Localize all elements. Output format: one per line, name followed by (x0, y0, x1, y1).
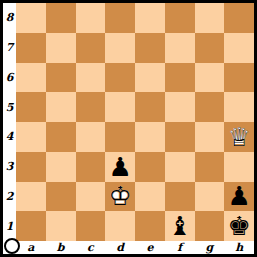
square-c6[interactable] (76, 63, 106, 93)
square-e3[interactable] (135, 152, 165, 182)
rank-label-1: 1 (3, 211, 16, 241)
square-b8[interactable] (46, 3, 76, 33)
square-a6[interactable] (16, 63, 46, 93)
square-d8[interactable] (105, 3, 135, 33)
file-label-c: c (76, 241, 106, 254)
square-f4[interactable] (165, 122, 195, 152)
square-a4[interactable] (16, 122, 46, 152)
square-e4[interactable] (135, 122, 165, 152)
square-b3[interactable] (46, 152, 76, 182)
white-king-outline: ♔ (105, 182, 135, 212)
square-h4[interactable]: ♛♕ (224, 122, 254, 152)
white-to-move-indicator (4, 238, 20, 254)
square-b7[interactable] (46, 33, 76, 63)
square-h5[interactable] (224, 92, 254, 122)
file-label-g: g (195, 241, 225, 254)
white-king[interactable]: ♚♔ (105, 182, 135, 212)
square-h7[interactable] (224, 33, 254, 63)
square-h1[interactable]: ♚ (224, 211, 254, 241)
square-e7[interactable] (135, 33, 165, 63)
square-c2[interactable] (76, 182, 106, 212)
square-a3[interactable] (16, 152, 46, 182)
black-bishop-glyph: ♝ (165, 211, 195, 241)
square-d7[interactable] (105, 33, 135, 63)
square-b4[interactable] (46, 122, 76, 152)
chess-board[interactable]: ♛♕♟♚♔♟♝♚ (16, 3, 254, 241)
black-pawn-glyph: ♟ (105, 152, 135, 182)
square-f7[interactable] (165, 33, 195, 63)
square-a2[interactable] (16, 182, 46, 212)
file-label-f: f (165, 241, 195, 254)
square-d6[interactable] (105, 63, 135, 93)
black-bishop[interactable]: ♝ (165, 211, 195, 241)
black-pawn[interactable]: ♟ (105, 152, 135, 182)
square-e6[interactable] (135, 63, 165, 93)
square-c1[interactable] (76, 211, 106, 241)
square-d3[interactable]: ♟ (105, 152, 135, 182)
diagram-margin: 87654321 ♛♕♟♚♔♟♝♚ abcdefgh (3, 3, 254, 254)
square-g8[interactable] (195, 3, 225, 33)
square-a5[interactable] (16, 92, 46, 122)
rank-label-5: 5 (3, 92, 16, 122)
square-g2[interactable] (195, 182, 225, 212)
file-label-a: a (16, 241, 46, 254)
square-c4[interactable] (76, 122, 106, 152)
file-label-d: d (105, 241, 135, 254)
rank-label-3: 3 (3, 152, 16, 182)
black-king[interactable]: ♚ (224, 211, 254, 241)
square-c3[interactable] (76, 152, 106, 182)
square-g6[interactable] (195, 63, 225, 93)
white-queen-outline: ♕ (224, 122, 254, 152)
square-b2[interactable] (46, 182, 76, 212)
rank-label-7: 7 (3, 33, 16, 63)
square-f1[interactable]: ♝ (165, 211, 195, 241)
rank-label-8: 8 (3, 3, 16, 33)
square-f6[interactable] (165, 63, 195, 93)
white-queen[interactable]: ♛♕ (224, 122, 254, 152)
square-g3[interactable] (195, 152, 225, 182)
rank-label-6: 6 (3, 63, 16, 93)
square-g7[interactable] (195, 33, 225, 63)
rank-labels: 87654321 (3, 3, 16, 241)
file-label-e: e (135, 241, 165, 254)
file-labels: abcdefgh (16, 241, 254, 254)
square-g5[interactable] (195, 92, 225, 122)
square-e8[interactable] (135, 3, 165, 33)
rank-label-4: 4 (3, 122, 16, 152)
square-b1[interactable] (46, 211, 76, 241)
square-h2[interactable]: ♟ (224, 182, 254, 212)
square-f2[interactable] (165, 182, 195, 212)
square-d2[interactable]: ♚♔ (105, 182, 135, 212)
square-d4[interactable] (105, 122, 135, 152)
square-a7[interactable] (16, 33, 46, 63)
square-h6[interactable] (224, 63, 254, 93)
square-f3[interactable] (165, 152, 195, 182)
square-b5[interactable] (46, 92, 76, 122)
square-g1[interactable] (195, 211, 225, 241)
square-e2[interactable] (135, 182, 165, 212)
black-king-glyph: ♚ (224, 211, 254, 241)
square-c5[interactable] (76, 92, 106, 122)
black-pawn[interactable]: ♟ (224, 182, 254, 212)
square-f8[interactable] (165, 3, 195, 33)
square-g4[interactable] (195, 122, 225, 152)
square-a8[interactable] (16, 3, 46, 33)
square-a1[interactable] (16, 211, 46, 241)
square-h8[interactable] (224, 3, 254, 33)
square-b6[interactable] (46, 63, 76, 93)
rank-label-2: 2 (3, 182, 16, 212)
square-c8[interactable] (76, 3, 106, 33)
square-c7[interactable] (76, 33, 106, 63)
black-pawn-glyph: ♟ (224, 182, 254, 212)
square-h3[interactable] (224, 152, 254, 182)
square-d1[interactable] (105, 211, 135, 241)
square-f5[interactable] (165, 92, 195, 122)
square-e1[interactable] (135, 211, 165, 241)
square-e5[interactable] (135, 92, 165, 122)
file-label-b: b (46, 241, 76, 254)
file-label-h: h (224, 241, 254, 254)
square-d5[interactable] (105, 92, 135, 122)
chess-diagram: 87654321 ♛♕♟♚♔♟♝♚ abcdefgh (0, 0, 257, 257)
